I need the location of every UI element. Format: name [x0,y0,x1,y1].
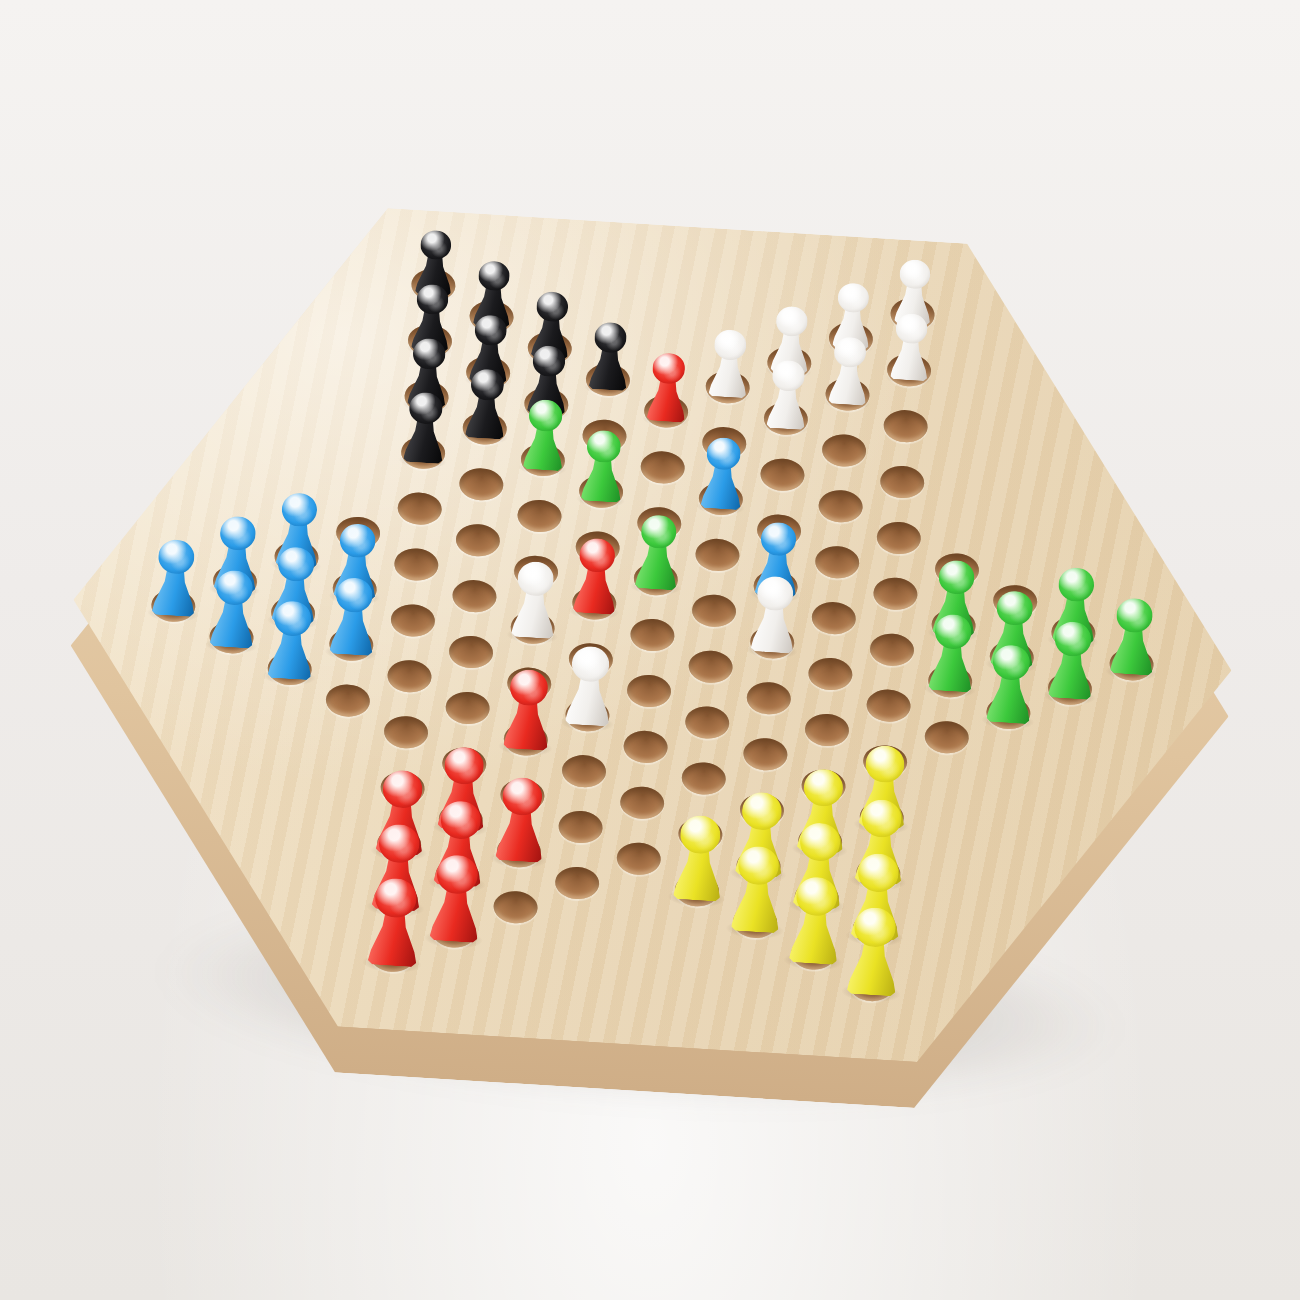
peg-skirt [368,912,419,968]
peg-head [594,322,628,354]
peg-yellow[interactable] [785,876,845,966]
peg-white[interactable] [508,560,561,639]
peg-red[interactable] [492,776,550,863]
peg-white[interactable] [748,575,801,654]
peg-head [374,877,418,919]
peg-white[interactable] [764,359,811,430]
peg-skirt [731,879,781,934]
peg-head [996,590,1034,626]
peg-white[interactable] [826,336,873,406]
peg-head [652,352,686,385]
peg-head [938,559,976,595]
peg-head [528,399,563,432]
peg-head [679,815,721,855]
peg-black[interactable] [462,368,510,440]
peg-head [273,600,312,637]
peg-head [799,822,841,862]
peg-head [420,230,452,261]
peg-skirt [673,848,723,902]
peg-skirt [1110,627,1155,675]
peg-head [157,539,195,575]
peg-head [586,429,622,463]
peg-skirt [573,567,617,615]
peg-head [857,853,900,894]
peg-head [335,577,373,614]
peg-head [737,845,780,886]
peg-yellow[interactable] [728,845,787,934]
peg-head [934,613,972,650]
peg-skirt [565,676,611,726]
peg-skirt [511,591,556,639]
peg-white[interactable] [888,313,934,382]
peg-head [865,745,906,784]
peg-head [416,284,449,316]
peg-blue[interactable] [149,538,202,617]
peg-head [440,800,482,840]
peg-skirt [495,809,544,862]
peg-skirt [986,675,1032,725]
peg-head [443,746,484,785]
peg-red[interactable] [364,877,424,968]
peg-red[interactable] [426,854,486,944]
peg-head [408,392,443,425]
peg-head [470,368,505,401]
peg-skirt [847,941,898,997]
peg-head [795,876,838,917]
peg-head [219,516,257,552]
peg-skirt [268,631,314,681]
peg-skirt [329,607,374,656]
peg-red[interactable] [500,668,555,751]
peg-skirt [503,700,550,751]
peg-head [837,282,870,313]
peg-green[interactable] [578,429,627,503]
peg-head [1054,621,1092,658]
peg-red[interactable] [644,352,691,423]
peg-head [775,306,808,338]
peg-green[interactable] [520,399,569,472]
peg-head [760,521,797,556]
peg-black[interactable] [586,321,633,391]
peg-head [517,561,555,597]
peg-skirt [210,600,255,649]
peg-skirt [152,569,197,617]
peg-head [509,669,549,707]
photo-backdrop [0,0,1300,1300]
peg-head [1058,567,1096,603]
peg-head [578,537,616,573]
peg-blue[interactable] [207,569,260,649]
peg-green[interactable] [1045,620,1098,700]
peg-skirt [581,457,623,502]
peg-head [895,313,928,345]
peg-skirt [709,355,749,398]
peg-head [281,492,318,527]
peg-skirt [751,605,796,653]
peg-skirt [1048,651,1093,700]
peg-yellow[interactable] [843,906,903,997]
peg-head [861,799,903,839]
peg-white[interactable] [706,329,753,399]
peg-skirt [430,888,481,943]
peg-skirt [635,543,679,590]
peg-skirt [647,379,687,423]
peg-head [741,791,783,831]
peg-head [899,259,931,290]
chinese-checkers-board [42,160,1258,1189]
peg-head [412,338,446,371]
peg-head [382,769,424,809]
peg-skirt [403,419,444,464]
peg-head [992,644,1031,681]
peg-head [713,329,747,361]
peg-head [474,314,508,346]
peg-skirt [465,395,506,439]
peg-green[interactable] [632,514,683,591]
peg-head [756,575,794,611]
peg-skirt [523,426,564,471]
peg-skirt [701,465,743,510]
peg-green[interactable] [925,613,978,693]
peg-head [277,546,315,582]
peg-skirt [789,910,840,965]
peg-head [532,345,566,378]
peg-head [536,291,569,323]
pegs-layer [42,160,1258,1189]
peg-skirt [928,644,973,693]
peg-skirt [828,363,868,406]
peg-head [1116,597,1154,633]
peg-green[interactable] [1107,597,1160,676]
peg-head [339,523,377,559]
peg-head [640,514,677,549]
peg-blue[interactable] [698,436,747,510]
peg-yellow[interactable] [670,814,728,902]
peg-blue[interactable] [265,600,319,681]
peg-head [436,854,479,895]
peg-green[interactable] [983,644,1037,725]
peg-red[interactable] [570,537,622,615]
peg-head [833,336,867,368]
peg-head [501,777,543,817]
peg-head [706,437,742,471]
peg-skirt [589,348,629,391]
peg-blue[interactable] [326,576,379,656]
peg-head [378,823,421,864]
peg-head [215,569,253,606]
peg-head [771,360,805,393]
peg-skirt [766,386,806,430]
peg-head [803,768,844,807]
peg-head [571,645,610,683]
peg-head [853,907,897,949]
peg-white[interactable] [562,645,617,727]
peg-head [478,260,511,291]
peg-black[interactable] [400,391,449,464]
peg-skirt [890,339,929,381]
